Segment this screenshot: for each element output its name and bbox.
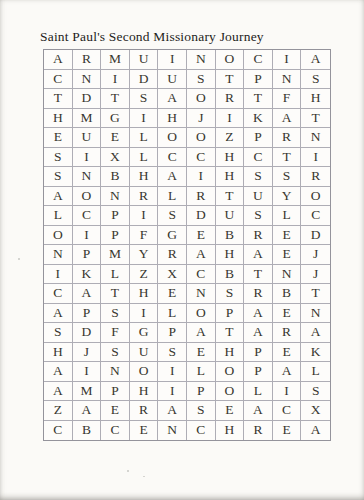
grid-cell-r20c3[interactable]: C: [101, 421, 130, 441]
grid-cell-r11c1[interactable]: N: [44, 245, 73, 265]
grid-cell-r13c1[interactable]: C: [44, 284, 73, 304]
grid-cell-r8c3[interactable]: N: [101, 187, 130, 207]
grid-cell-r7c2[interactable]: N: [73, 167, 102, 187]
grid-cell-r3c6[interactable]: O: [187, 89, 216, 109]
grid-cell-r19c5[interactable]: A: [158, 401, 187, 421]
grid-cell-r3c9[interactable]: F: [273, 89, 302, 109]
grid-cell-r14c2[interactable]: P: [73, 304, 102, 324]
grid-cell-r5c10[interactable]: N: [301, 128, 330, 148]
grid-cell-r12c6[interactable]: C: [187, 265, 216, 285]
grid-cell-r14c6[interactable]: O: [187, 304, 216, 324]
grid-cell-r15c5[interactable]: P: [158, 323, 187, 343]
grid-cell-r12c8[interactable]: T: [244, 265, 273, 285]
grid-cell-r1c3[interactable]: M: [101, 50, 130, 70]
grid-cell-r3c4[interactable]: S: [130, 89, 159, 109]
grid-cell-r5c3[interactable]: E: [101, 128, 130, 148]
grid-cell-r20c9[interactable]: E: [273, 421, 302, 441]
grid-cell-r16c1[interactable]: H: [44, 343, 73, 363]
grid-cell-r6c8[interactable]: C: [244, 148, 273, 168]
grid-cell-r11c10[interactable]: J: [301, 245, 330, 265]
grid-cell-r13c3[interactable]: T: [101, 284, 130, 304]
grid-cell-r9c4[interactable]: I: [130, 206, 159, 226]
grid-cell-r8c10[interactable]: O: [301, 187, 330, 207]
grid-cell-r18c3[interactable]: P: [101, 382, 130, 402]
grid-cell-r8c2[interactable]: O: [73, 187, 102, 207]
grid-cell-r4c1[interactable]: H: [44, 109, 73, 129]
grid-cell-r7c4[interactable]: H: [130, 167, 159, 187]
grid-cell-r4c2[interactable]: M: [73, 109, 102, 129]
grid-cell-r3c5[interactable]: A: [158, 89, 187, 109]
grid-cell-r16c9[interactable]: E: [273, 343, 302, 363]
scan-speckle: [18, 258, 20, 260]
grid-cell-r10c5[interactable]: G: [158, 226, 187, 246]
grid-cell-r2c4[interactable]: D: [130, 70, 159, 90]
grid-cell-r6c1[interactable]: S: [44, 148, 73, 168]
grid-cell-r9c3[interactable]: P: [101, 206, 130, 226]
grid-cell-r17c7[interactable]: O: [216, 362, 245, 382]
grid-cell-r15c6[interactable]: A: [187, 323, 216, 343]
grid-cell-r1c8[interactable]: C: [244, 50, 273, 70]
grid-cell-r6c6[interactable]: C: [187, 148, 216, 168]
scan-speckle: [127, 470, 129, 472]
grid-cell-r18c7[interactable]: O: [216, 382, 245, 402]
grid-cell-r14c10[interactable]: N: [301, 304, 330, 324]
grid-cell-r7c5[interactable]: A: [158, 167, 187, 187]
grid-cell-r1c10[interactable]: A: [301, 50, 330, 70]
grid-cell-r19c8[interactable]: A: [244, 401, 273, 421]
grid-cell-r7c10[interactable]: R: [301, 167, 330, 187]
grid-cell-r9c10[interactable]: C: [301, 206, 330, 226]
grid-cell-r5c4[interactable]: L: [130, 128, 159, 148]
grid-cell-r9c2[interactable]: C: [73, 206, 102, 226]
grid-cell-r10c9[interactable]: E: [273, 226, 302, 246]
grid-cell-r17c6[interactable]: L: [187, 362, 216, 382]
grid-cell-r7c8[interactable]: S: [244, 167, 273, 187]
grid-cell-r13c6[interactable]: N: [187, 284, 216, 304]
grid-cell-r20c7[interactable]: H: [216, 421, 245, 441]
grid-cell-r16c8[interactable]: P: [244, 343, 273, 363]
grid-cell-r14c1[interactable]: A: [44, 304, 73, 324]
grid-cell-r13c2[interactable]: A: [73, 284, 102, 304]
grid-cell-r11c5[interactable]: R: [158, 245, 187, 265]
grid-cell-r19c6[interactable]: S: [187, 401, 216, 421]
grid-cell-r12c4[interactable]: Z: [130, 265, 159, 285]
grid-cell-r17c4[interactable]: O: [130, 362, 159, 382]
grid-cell-r11c2[interactable]: P: [73, 245, 102, 265]
grid-cell-r20c4[interactable]: E: [130, 421, 159, 441]
grid-cell-r6c7[interactable]: H: [216, 148, 245, 168]
grid-cell-r16c5[interactable]: S: [158, 343, 187, 363]
grid-cell-r20c1[interactable]: C: [44, 421, 73, 441]
grid-cell-r16c4[interactable]: U: [130, 343, 159, 363]
grid-cell-r2c3[interactable]: I: [101, 70, 130, 90]
grid-cell-r19c7[interactable]: E: [216, 401, 245, 421]
grid-cell-r11c3[interactable]: M: [101, 245, 130, 265]
grid-cell-r15c7[interactable]: T: [216, 323, 245, 343]
grid-cell-r17c3[interactable]: N: [101, 362, 130, 382]
grid-cell-r12c9[interactable]: N: [273, 265, 302, 285]
grid-cell-r15c2[interactable]: D: [73, 323, 102, 343]
grid-cell-r17c1[interactable]: A: [44, 362, 73, 382]
grid-cell-r13c4[interactable]: H: [130, 284, 159, 304]
grid-cell-r2c10[interactable]: S: [301, 70, 330, 90]
grid-cell-r9c6[interactable]: D: [187, 206, 216, 226]
grid-cell-r8c6[interactable]: R: [187, 187, 216, 207]
grid-cell-r5c2[interactable]: U: [73, 128, 102, 148]
grid-cell-r1c1[interactable]: A: [44, 50, 73, 70]
grid-cell-r3c10[interactable]: H: [301, 89, 330, 109]
grid-cell-r11c6[interactable]: A: [187, 245, 216, 265]
grid-cell-r10c10[interactable]: D: [301, 226, 330, 246]
grid-cell-r20c8[interactable]: R: [244, 421, 273, 441]
grid-cell-r15c8[interactable]: A: [244, 323, 273, 343]
grid-cell-r12c5[interactable]: X: [158, 265, 187, 285]
grid-cell-r5c8[interactable]: P: [244, 128, 273, 148]
grid-cell-r13c5[interactable]: E: [158, 284, 187, 304]
grid-cell-r11c8[interactable]: A: [244, 245, 273, 265]
grid-cell-r17c5[interactable]: I: [158, 362, 187, 382]
grid-cell-r10c3[interactable]: P: [101, 226, 130, 246]
grid-cell-r2c9[interactable]: N: [273, 70, 302, 90]
grid-cell-r8c7[interactable]: T: [216, 187, 245, 207]
grid-cell-r2c5[interactable]: U: [158, 70, 187, 90]
grid-cell-r17c9[interactable]: A: [273, 362, 302, 382]
grid-cell-r4c5[interactable]: H: [158, 109, 187, 129]
grid-cell-r18c4[interactable]: H: [130, 382, 159, 402]
grid-cell-r2c8[interactable]: P: [244, 70, 273, 90]
grid-cell-r10c2[interactable]: I: [73, 226, 102, 246]
grid-cell-r10c4[interactable]: F: [130, 226, 159, 246]
grid-cell-r15c3[interactable]: F: [101, 323, 130, 343]
grid-cell-r14c4[interactable]: I: [130, 304, 159, 324]
grid-cell-r19c4[interactable]: R: [130, 401, 159, 421]
grid-cell-r5c9[interactable]: R: [273, 128, 302, 148]
grid-cell-r18c9[interactable]: I: [273, 382, 302, 402]
grid-cell-r7c6[interactable]: I: [187, 167, 216, 187]
grid-cell-r19c10[interactable]: X: [301, 401, 330, 421]
grid-cell-r3c2[interactable]: D: [73, 89, 102, 109]
grid-cell-r1c7[interactable]: O: [216, 50, 245, 70]
grid-cell-r8c1[interactable]: A: [44, 187, 73, 207]
grid-cell-r8c4[interactable]: R: [130, 187, 159, 207]
scan-speckle: [143, 476, 145, 477]
grid-cell-r20c2[interactable]: B: [73, 421, 102, 441]
grid-cell-r18c1[interactable]: A: [44, 382, 73, 402]
grid-cell-r2c7[interactable]: T: [216, 70, 245, 90]
grid-cell-r5c7[interactable]: Z: [216, 128, 245, 148]
grid-cell-r3c7[interactable]: R: [216, 89, 245, 109]
grid-cell-r13c9[interactable]: B: [273, 284, 302, 304]
grid-cell-r12c3[interactable]: L: [101, 265, 130, 285]
grid-cell-r18c6[interactable]: P: [187, 382, 216, 402]
grid-cell-r5c5[interactable]: O: [158, 128, 187, 148]
grid-cell-r6c2[interactable]: I: [73, 148, 102, 168]
grid-cell-r18c2[interactable]: M: [73, 382, 102, 402]
grid-cell-r2c6[interactable]: S: [187, 70, 216, 90]
grid-cell-r6c9[interactable]: T: [273, 148, 302, 168]
grid-cell-r9c9[interactable]: L: [273, 206, 302, 226]
grid-cell-r15c10[interactable]: A: [301, 323, 330, 343]
grid-cell-r10c6[interactable]: E: [187, 226, 216, 246]
grid-cell-r10c8[interactable]: R: [244, 226, 273, 246]
grid-cell-r13c7[interactable]: S: [216, 284, 245, 304]
grid-cell-r16c10[interactable]: K: [301, 343, 330, 363]
grid-cell-r4c4[interactable]: I: [130, 109, 159, 129]
grid-cell-r9c5[interactable]: S: [158, 206, 187, 226]
grid-cell-r8c9[interactable]: Y: [273, 187, 302, 207]
grid-cell-r4c7[interactable]: I: [216, 109, 245, 129]
grid-cell-r17c8[interactable]: P: [244, 362, 273, 382]
grid-cell-r12c1[interactable]: I: [44, 265, 73, 285]
grid-cell-r17c10[interactable]: L: [301, 362, 330, 382]
grid-cell-r11c9[interactable]: E: [273, 245, 302, 265]
grid-cell-r17c2[interactable]: I: [73, 362, 102, 382]
grid-cell-r2c1[interactable]: C: [44, 70, 73, 90]
grid-cell-r19c2[interactable]: A: [73, 401, 102, 421]
grid-cell-r14c5[interactable]: L: [158, 304, 187, 324]
grid-cell-r12c10[interactable]: J: [301, 265, 330, 285]
grid-cell-r14c7[interactable]: P: [216, 304, 245, 324]
grid-cell-r6c5[interactable]: C: [158, 148, 187, 168]
grid-cell-r18c8[interactable]: L: [244, 382, 273, 402]
grid-cell-r14c9[interactable]: E: [273, 304, 302, 324]
grid-cell-r6c10[interactable]: I: [301, 148, 330, 168]
grid-cell-r16c2[interactable]: J: [73, 343, 102, 363]
grid-cell-r16c6[interactable]: E: [187, 343, 216, 363]
grid-cell-r19c3[interactable]: E: [101, 401, 130, 421]
grid-cell-r6c4[interactable]: L: [130, 148, 159, 168]
grid-cell-r19c1[interactable]: Z: [44, 401, 73, 421]
grid-cell-r1c5[interactable]: I: [158, 50, 187, 70]
grid-cell-r1c4[interactable]: U: [130, 50, 159, 70]
grid-cell-r9c8[interactable]: S: [244, 206, 273, 226]
grid-cell-r10c7[interactable]: B: [216, 226, 245, 246]
grid-cell-r19c9[interactable]: C: [273, 401, 302, 421]
grid-cell-r1c9[interactable]: I: [273, 50, 302, 70]
grid-cell-r20c6[interactable]: C: [187, 421, 216, 441]
grid-cell-r14c3[interactable]: S: [101, 304, 130, 324]
grid-cell-r3c3[interactable]: T: [101, 89, 130, 109]
grid-cell-r7c3[interactable]: B: [101, 167, 130, 187]
scanned-puzzle-page: Saint Paul's Second Missionary Journey A…: [0, 0, 364, 500]
grid-cell-r16c3[interactable]: S: [101, 343, 130, 363]
word-search-grid: ARMUINOCIACNIDUSTPNSTDTSAORTFHHMGIHJIKAT…: [43, 49, 331, 441]
grid-cell-r16c7[interactable]: H: [216, 343, 245, 363]
grid-cell-r3c8[interactable]: T: [244, 89, 273, 109]
grid-cell-r15c1[interactable]: S: [44, 323, 73, 343]
grid-cell-r15c9[interactable]: R: [273, 323, 302, 343]
grid-cell-r4c9[interactable]: A: [273, 109, 302, 129]
grid-cell-r7c1[interactable]: S: [44, 167, 73, 187]
grid-cell-r20c5[interactable]: N: [158, 421, 187, 441]
grid-cell-r18c5[interactable]: I: [158, 382, 187, 402]
grid-cell-r1c2[interactable]: R: [73, 50, 102, 70]
grid-cell-r5c6[interactable]: O: [187, 128, 216, 148]
grid-cell-r7c9[interactable]: S: [273, 167, 302, 187]
grid-cell-r12c7[interactable]: B: [216, 265, 245, 285]
puzzle-title: Saint Paul's Second Missionary Journey: [40, 29, 264, 45]
grid-cell-r2c2[interactable]: N: [73, 70, 102, 90]
grid-cell-r4c8[interactable]: K: [244, 109, 273, 129]
grid-cell-r13c8[interactable]: R: [244, 284, 273, 304]
grid-cell-r18c10[interactable]: S: [301, 382, 330, 402]
grid-cell-r3c1[interactable]: T: [44, 89, 73, 109]
grid-cell-r20c10[interactable]: A: [301, 421, 330, 441]
grid-cell-r14c8[interactable]: A: [244, 304, 273, 324]
grid-cell-r11c4[interactable]: Y: [130, 245, 159, 265]
grid-cell-r10c1[interactable]: O: [44, 226, 73, 246]
grid-cell-r8c5[interactable]: L: [158, 187, 187, 207]
grid-cell-r9c7[interactable]: U: [216, 206, 245, 226]
grid-cell-r12c2[interactable]: K: [73, 265, 102, 285]
grid-cell-r8c8[interactable]: U: [244, 187, 273, 207]
grid-cell-r13c10[interactable]: T: [301, 284, 330, 304]
grid-cell-r1c6[interactable]: N: [187, 50, 216, 70]
grid-cell-r4c3[interactable]: G: [101, 109, 130, 129]
grid-cell-r4c6[interactable]: J: [187, 109, 216, 129]
grid-cell-r7c7[interactable]: H: [216, 167, 245, 187]
grid-cell-r15c4[interactable]: G: [130, 323, 159, 343]
grid-cell-r6c3[interactable]: X: [101, 148, 130, 168]
grid-cell-r5c1[interactable]: E: [44, 128, 73, 148]
grid-cell-r9c1[interactable]: L: [44, 206, 73, 226]
grid-cell-r11c7[interactable]: H: [216, 245, 245, 265]
grid-cell-r4c10[interactable]: T: [301, 109, 330, 129]
